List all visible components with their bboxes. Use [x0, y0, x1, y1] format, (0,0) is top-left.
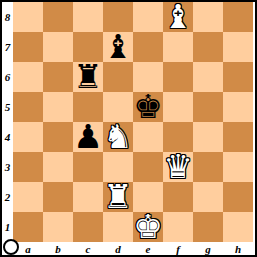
square-d8[interactable]	[103, 2, 133, 32]
square-d2[interactable]: ♜	[103, 182, 133, 212]
file-labels: abcdefgh	[13, 242, 253, 255]
white-rook-d2[interactable]: ♜	[103, 182, 133, 212]
square-d5[interactable]	[103, 92, 133, 122]
square-f7[interactable]	[163, 32, 193, 62]
chess-diagram: 87654321 ♝♝♜♚♟♞♛♜♚ abcdefgh	[0, 0, 257, 257]
square-a1[interactable]	[13, 212, 43, 242]
square-c6[interactable]: ♜	[73, 62, 103, 92]
file-label-g: g	[193, 242, 223, 255]
square-e8[interactable]	[133, 2, 163, 32]
white-knight-d4[interactable]: ♞	[103, 122, 133, 152]
square-b4[interactable]	[43, 122, 73, 152]
square-g8[interactable]	[193, 2, 223, 32]
rank-label-3: 3	[2, 152, 13, 182]
square-h1[interactable]	[223, 212, 253, 242]
square-g6[interactable]	[193, 62, 223, 92]
square-b6[interactable]	[43, 62, 73, 92]
square-b2[interactable]	[43, 182, 73, 212]
square-b8[interactable]	[43, 2, 73, 32]
square-c7[interactable]	[73, 32, 103, 62]
black-bishop-d7[interactable]: ♝	[103, 32, 133, 62]
black-rook-c6[interactable]: ♜	[73, 62, 103, 92]
square-g1[interactable]	[193, 212, 223, 242]
rank-label-5: 5	[2, 92, 13, 122]
white-to-move-indicator	[3, 239, 19, 255]
square-h5[interactable]	[223, 92, 253, 122]
chess-board[interactable]: ♝♝♜♚♟♞♛♜♚	[13, 2, 253, 242]
square-f4[interactable]	[163, 122, 193, 152]
rank-label-6: 6	[2, 62, 13, 92]
square-d1[interactable]	[103, 212, 133, 242]
square-e7[interactable]	[133, 32, 163, 62]
square-b1[interactable]	[43, 212, 73, 242]
square-a3[interactable]	[13, 152, 43, 182]
file-label-h: h	[223, 242, 253, 255]
square-e3[interactable]	[133, 152, 163, 182]
square-b3[interactable]	[43, 152, 73, 182]
square-a2[interactable]	[13, 182, 43, 212]
square-c8[interactable]	[73, 2, 103, 32]
square-f3[interactable]: ♛	[163, 152, 193, 182]
square-h3[interactable]	[223, 152, 253, 182]
square-h7[interactable]	[223, 32, 253, 62]
square-e6[interactable]	[133, 62, 163, 92]
rank-label-2: 2	[2, 182, 13, 212]
square-c3[interactable]	[73, 152, 103, 182]
white-bishop-f8[interactable]: ♝	[163, 2, 193, 32]
square-b5[interactable]	[43, 92, 73, 122]
square-e5[interactable]: ♚	[133, 92, 163, 122]
rank-label-1: 1	[2, 212, 13, 242]
square-f1[interactable]	[163, 212, 193, 242]
square-h8[interactable]	[223, 2, 253, 32]
square-h6[interactable]	[223, 62, 253, 92]
square-c4[interactable]: ♟	[73, 122, 103, 152]
file-label-d: d	[103, 242, 133, 255]
square-c5[interactable]	[73, 92, 103, 122]
file-label-c: c	[73, 242, 103, 255]
square-f6[interactable]	[163, 62, 193, 92]
square-g5[interactable]	[193, 92, 223, 122]
square-a5[interactable]	[13, 92, 43, 122]
square-g4[interactable]	[193, 122, 223, 152]
rank-label-8: 8	[2, 2, 13, 32]
square-a6[interactable]	[13, 62, 43, 92]
square-a7[interactable]	[13, 32, 43, 62]
white-queen-f3[interactable]: ♛	[163, 152, 193, 182]
square-f2[interactable]	[163, 182, 193, 212]
square-b7[interactable]	[43, 32, 73, 62]
square-g7[interactable]	[193, 32, 223, 62]
square-e4[interactable]	[133, 122, 163, 152]
square-f8[interactable]: ♝	[163, 2, 193, 32]
square-d7[interactable]: ♝	[103, 32, 133, 62]
rank-label-4: 4	[2, 122, 13, 152]
square-h4[interactable]	[223, 122, 253, 152]
square-d4[interactable]: ♞	[103, 122, 133, 152]
square-g2[interactable]	[193, 182, 223, 212]
square-f5[interactable]	[163, 92, 193, 122]
square-g3[interactable]	[193, 152, 223, 182]
black-king-e5[interactable]: ♚	[133, 92, 163, 122]
square-h2[interactable]	[223, 182, 253, 212]
square-a4[interactable]	[13, 122, 43, 152]
black-pawn-c4[interactable]: ♟	[73, 122, 103, 152]
file-label-f: f	[163, 242, 193, 255]
rank-labels: 87654321	[2, 2, 13, 242]
square-e1[interactable]: ♚	[133, 212, 163, 242]
file-label-b: b	[43, 242, 73, 255]
square-c2[interactable]	[73, 182, 103, 212]
square-d3[interactable]	[103, 152, 133, 182]
file-label-e: e	[133, 242, 163, 255]
square-a8[interactable]	[13, 2, 43, 32]
white-king-e1[interactable]: ♚	[133, 212, 163, 242]
square-e2[interactable]	[133, 182, 163, 212]
square-c1[interactable]	[73, 212, 103, 242]
square-d6[interactable]	[103, 62, 133, 92]
rank-label-7: 7	[2, 32, 13, 62]
